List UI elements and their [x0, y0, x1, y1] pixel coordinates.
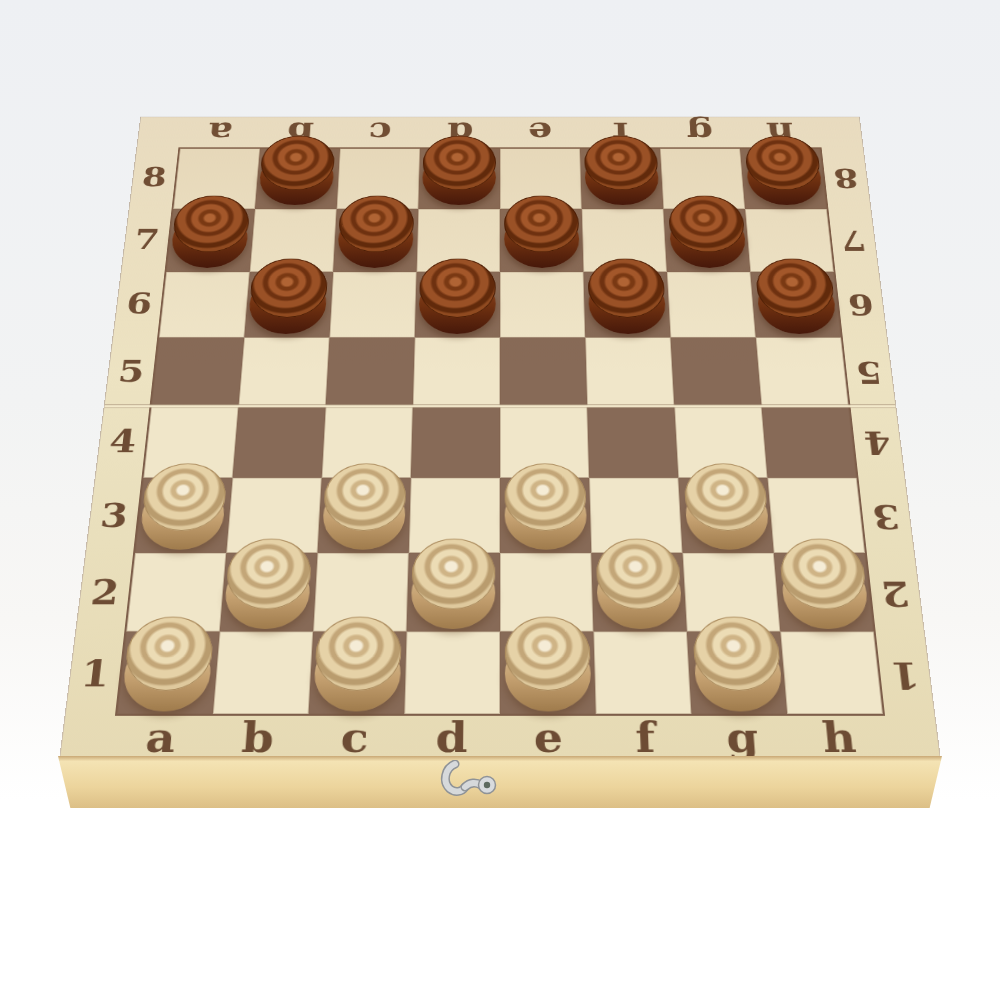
file-label-far-e: e	[500, 117, 580, 147]
square-a6[interactable]	[159, 272, 250, 338]
file-label-near-e: e	[500, 716, 598, 760]
board-front-edge	[58, 756, 942, 808]
checkers-board: abcdefgh abcdefgh 87654321 87654321	[60, 117, 940, 760]
checker-light-a1[interactable]	[120, 637, 213, 712]
rank-label-right-1: 1	[876, 633, 935, 716]
square-d4[interactable]	[411, 406, 500, 478]
square-g6[interactable]	[667, 272, 756, 338]
checker-light-c1[interactable]	[312, 637, 401, 712]
rank-label-left-2: 2	[76, 554, 133, 633]
file-label-far-c: c	[339, 117, 420, 147]
rank-label-left-1: 1	[66, 633, 125, 716]
checker-light-e3[interactable]	[504, 482, 587, 550]
file-label-near-c: c	[305, 716, 404, 760]
checker-light-h2[interactable]	[780, 557, 871, 628]
checker-light-g3[interactable]	[684, 482, 771, 550]
file-label-near-a: a	[110, 716, 211, 760]
checker-dark-b8[interactable]	[258, 150, 335, 205]
square-b4[interactable]	[233, 406, 326, 478]
fold-seam	[104, 404, 895, 408]
checker-top-face	[505, 617, 591, 691]
square-c6[interactable]	[329, 272, 416, 338]
square-f5[interactable]	[585, 337, 674, 406]
checker-dark-d8[interactable]	[422, 150, 496, 205]
file-label-near-d: d	[403, 716, 501, 760]
checker-light-c3[interactable]	[321, 482, 406, 550]
checker-light-d2[interactable]	[411, 557, 496, 628]
rank-label-left-5: 5	[105, 337, 158, 406]
checker-dark-h8[interactable]	[745, 150, 824, 205]
rank-label-left-3: 3	[86, 478, 141, 553]
rank-label-right-3: 3	[859, 478, 914, 553]
square-d5[interactable]	[413, 337, 500, 406]
rank-label-left-7: 7	[122, 208, 172, 271]
checker-dark-g7[interactable]	[668, 211, 747, 268]
file-labels-near: abcdefgh	[110, 716, 890, 760]
file-label-near-g: g	[693, 716, 793, 760]
rank-label-right-8: 8	[822, 147, 871, 208]
checker-top-face	[504, 464, 586, 531]
square-f4[interactable]	[587, 406, 678, 478]
hook-clasp-icon	[438, 760, 502, 798]
file-label-far-a: a	[178, 117, 261, 147]
rank-label-right-5: 5	[843, 337, 896, 406]
square-e6[interactable]	[500, 272, 585, 338]
square-d1[interactable]	[404, 632, 500, 715]
file-label-near-b: b	[208, 716, 308, 760]
checker-dark-b6[interactable]	[247, 274, 328, 334]
checker-dark-c7[interactable]	[337, 211, 414, 268]
checker-light-f2[interactable]	[596, 557, 683, 628]
board-scene: abcdefgh abcdefgh 87654321 87654321	[60, 0, 940, 760]
square-h1[interactable]	[780, 632, 883, 715]
checker-dark-f8[interactable]	[584, 150, 660, 205]
file-label-near-f: f	[596, 716, 695, 760]
file-label-far-g: g	[659, 117, 741, 147]
square-h4[interactable]	[761, 406, 856, 478]
square-g5[interactable]	[671, 337, 762, 406]
square-a5[interactable]	[151, 337, 244, 406]
checker-top-face	[504, 196, 579, 252]
square-e5[interactable]	[500, 337, 587, 406]
rank-label-right-2: 2	[867, 554, 924, 633]
checker-dark-h6[interactable]	[756, 274, 838, 334]
checker-top-face	[411, 538, 495, 609]
rank-label-right-6: 6	[835, 271, 886, 337]
checker-light-b2[interactable]	[223, 557, 312, 628]
rank-label-right-4: 4	[850, 406, 904, 478]
rank-label-right-7: 7	[828, 208, 878, 271]
square-b1[interactable]	[213, 632, 313, 715]
checker-dark-d6[interactable]	[419, 274, 496, 334]
square-f1[interactable]	[593, 632, 691, 715]
checker-light-g1[interactable]	[693, 637, 784, 712]
rank-label-left-6: 6	[113, 271, 164, 337]
rank-label-left-8: 8	[130, 147, 179, 208]
square-c5[interactable]	[326, 337, 415, 406]
checker-dark-e7[interactable]	[504, 211, 580, 268]
photo-background: abcdefgh abcdefgh 87654321 87654321	[0, 0, 1000, 1000]
checker-top-face	[422, 136, 496, 190]
checker-dark-f6[interactable]	[588, 274, 667, 334]
checker-dark-a7[interactable]	[169, 211, 249, 268]
checker-top-face	[419, 258, 496, 317]
rank-label-left-4: 4	[96, 406, 150, 478]
checker-light-e1[interactable]	[505, 637, 592, 712]
square-b5[interactable]	[239, 337, 330, 406]
checker-light-a3[interactable]	[138, 482, 227, 550]
file-label-near-h: h	[789, 716, 890, 760]
square-h5[interactable]	[756, 337, 849, 406]
